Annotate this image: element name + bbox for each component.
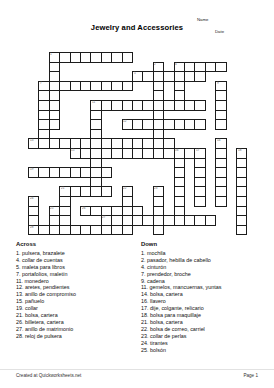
grid-cell[interactable] [215, 62, 226, 73]
clue-number: 14 [217, 139, 220, 142]
clue-item: 21. bolsa, cartera [141, 319, 266, 326]
clue-number: 19 [30, 168, 33, 171]
down-clue-list: Down 1. mochila2. pasador, hebilla de ca… [141, 241, 266, 354]
clue-item: 26. billetera, cartera [16, 319, 136, 326]
clue-number: 13 [30, 139, 33, 142]
grid-cell[interactable] [194, 100, 205, 111]
name-field-label: Name [197, 17, 208, 22]
grid-cell[interactable] [215, 119, 226, 130]
crossword-grid: 1245791112131415161718192122232425262728 [28, 52, 246, 234]
clue-item: 13. anillo de compromiso [16, 291, 136, 298]
footer-page-number: Page 1 [243, 373, 258, 378]
grid-cell[interactable] [236, 225, 247, 236]
across-clue-list: Across 1. pulsera, brazalete4. collar de… [16, 241, 136, 340]
clue-number: 5 [134, 72, 136, 75]
clue-item: 22. bolsa de correo, carriel [141, 326, 266, 333]
clue-number: 2 [154, 63, 156, 66]
grid-cell[interactable] [49, 119, 60, 130]
grid-cell[interactable] [194, 196, 205, 207]
clue-item: 7. prendedor, broche [141, 271, 266, 278]
clue-number: 11 [92, 101, 95, 104]
clue-item: 17. dije, colgante, relicario [141, 305, 266, 312]
clue-item: 4. collar de cuentas [16, 257, 136, 264]
grid-cell[interactable] [194, 71, 205, 82]
clue-number: 27 [102, 216, 105, 219]
grid-cell[interactable] [122, 225, 133, 236]
date-field-label: Date [215, 29, 224, 34]
clue-number: 9 [217, 82, 219, 85]
clue-number: 26 [82, 207, 85, 210]
clue-number: 12 [123, 120, 126, 123]
down-heading: Down [141, 241, 266, 248]
clue-item: 12. aretes, pendientes [16, 284, 136, 291]
clue-number: 15 [71, 149, 74, 152]
clue-item: 18. bolsa para maquillaje [141, 312, 266, 319]
clue-item: 15. pañuelo [16, 298, 136, 305]
clue-item: 4. cinturón [141, 264, 266, 271]
clue-item: 1. pulsera, brazalete [16, 250, 136, 257]
footer-credit: Created at Quickworksheets.net [16, 373, 81, 378]
clue-item: 19. collar [16, 305, 136, 312]
clue-item: 25. bolsón [141, 347, 266, 354]
clue-number: 18 [238, 149, 241, 152]
clue-item: 24. tirantes [141, 340, 266, 347]
clue-number: 4 [175, 63, 177, 66]
clue-item: 28. reloj de pulsera [16, 333, 136, 340]
clue-item: 27. anillo de matrimonio [16, 326, 136, 333]
grid-cell[interactable] [122, 81, 133, 92]
clue-item: 9. cadena [141, 278, 266, 285]
footer-divider [0, 369, 274, 370]
clue-item: 11. monedero [16, 278, 136, 285]
grid-cell[interactable] [215, 196, 226, 207]
worksheet-page: { "page": { "title": "Jewelry and Access… [0, 0, 274, 388]
grid-cell[interactable] [101, 167, 112, 178]
clue-number: 22 [123, 187, 126, 190]
clue-number: 7 [40, 82, 42, 85]
clue-number: 16 [175, 149, 178, 152]
across-heading: Across [16, 241, 136, 248]
clue-item: 14. bolsa, cartera [141, 291, 266, 298]
clue-item: 11. gemelos, mancuernas, yuntas [141, 284, 266, 291]
clue-item: 5. maleta para libros [16, 264, 136, 271]
clue-item: 23. collar de perlas [141, 333, 266, 340]
page-title: Jewelry and Accessories [0, 23, 274, 32]
clue-item: 2. pasador, hebilla de cabello [141, 257, 266, 264]
grid-cell[interactable] [194, 119, 205, 130]
grid-cell[interactable] [205, 215, 216, 226]
clue-number: 23 [154, 187, 157, 190]
clue-number: 21 [61, 187, 64, 190]
clue-number: 25 [50, 207, 53, 210]
clue-item: 7. portafolios, maletín [16, 271, 136, 278]
clue-item: 21. bolsa, cartera [16, 312, 136, 319]
clue-number: 24 [30, 197, 33, 200]
clue-number: 17 [196, 149, 199, 152]
grid-cell[interactable] [101, 186, 112, 197]
clue-number: 28 [30, 226, 33, 229]
grid-cell[interactable] [153, 225, 164, 236]
clue-item: 1. mochila [141, 250, 266, 257]
clue-number: 1 [50, 53, 52, 56]
clue-item: 16. llavero [141, 298, 266, 305]
grid-cell[interactable] [122, 52, 133, 63]
